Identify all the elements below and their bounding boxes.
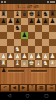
square-e5[interactable] bbox=[28, 32, 35, 39]
android-nav-bar: ◁ ○ ▢ bbox=[0, 92, 56, 100]
square-f8[interactable]: ♝ bbox=[35, 11, 42, 18]
nav-back-icon[interactable]: ◁ bbox=[7, 92, 10, 100]
chess-board[interactable]: ♜♝♛♚♝♞♜♟♟♟♟♟♟♟♞♟♞♟♟♟♟♟♟♟♟♜♝♛♚♝♞♜ bbox=[0, 10, 56, 68]
square-d7[interactable] bbox=[21, 18, 28, 25]
square-h6[interactable] bbox=[49, 25, 56, 32]
square-e7[interactable]: ♟ bbox=[28, 18, 35, 25]
forward-arrow-icon: ▶ bbox=[22, 84, 25, 92]
square-b4[interactable] bbox=[7, 39, 14, 46]
captured-black-pieces-tray bbox=[31, 70, 47, 72]
notification-icons bbox=[1, 1, 6, 3]
piece-black-knight: ♞ bbox=[15, 25, 21, 32]
forward-button[interactable]: ▶ bbox=[19, 84, 28, 92]
piece-black-pawn: ♟ bbox=[29, 18, 35, 25]
turn-indicator-black-pawn-icon: ♟ bbox=[1, 66, 6, 73]
piece-white-pawn: ♟ bbox=[8, 53, 14, 60]
piece-black-knight: ♞ bbox=[43, 11, 49, 18]
board-icon: ▦ bbox=[39, 84, 43, 92]
square-d8[interactable]: ♛ bbox=[21, 11, 28, 18]
piece-white-pawn: ♟ bbox=[15, 53, 21, 60]
battery-icon bbox=[47, 1, 49, 3]
piece-black-king: ♚ bbox=[29, 11, 35, 18]
notification-icon bbox=[4, 1, 6, 3]
square-d2[interactable]: ♟ bbox=[21, 53, 28, 60]
square-h2[interactable]: ♟ bbox=[49, 53, 56, 60]
piece-white-pawn: ♟ bbox=[1, 53, 7, 60]
piece-black-queen: ♛ bbox=[22, 11, 28, 18]
square-b8[interactable] bbox=[7, 11, 14, 18]
piece-black-pawn: ♟ bbox=[15, 18, 21, 25]
piece-black-pawn: ♟ bbox=[22, 32, 28, 39]
menu-button[interactable]: ☰ bbox=[46, 84, 56, 92]
nav-home-icon[interactable]: ○ bbox=[26, 92, 30, 100]
square-c5[interactable] bbox=[14, 32, 21, 39]
square-f2[interactable]: ♟ bbox=[35, 53, 42, 60]
square-b6[interactable] bbox=[7, 25, 14, 32]
square-g4[interactable] bbox=[42, 39, 49, 46]
square-b2[interactable]: ♟ bbox=[7, 53, 14, 60]
square-a4[interactable] bbox=[0, 39, 7, 46]
square-a5[interactable] bbox=[0, 32, 7, 39]
square-g6[interactable] bbox=[42, 25, 49, 32]
square-f7[interactable]: ♟ bbox=[35, 18, 42, 25]
square-h8[interactable]: ♜ bbox=[49, 11, 56, 18]
square-a8[interactable]: ♜ bbox=[0, 11, 7, 18]
square-d3[interactable] bbox=[21, 46, 28, 53]
square-c8[interactable]: ♝ bbox=[14, 11, 21, 18]
piece-black-rook: ♜ bbox=[50, 11, 56, 18]
square-a2[interactable]: ♟ bbox=[0, 53, 7, 60]
square-a3[interactable] bbox=[0, 46, 7, 53]
game-toolbar: ↶ ◀ ▶ ? ▦ ☰ bbox=[0, 84, 56, 92]
menu-icon: ☰ bbox=[49, 84, 53, 92]
square-e8[interactable]: ♚ bbox=[28, 11, 35, 18]
undo-icon: ↶ bbox=[3, 84, 7, 92]
square-f6[interactable] bbox=[35, 25, 42, 32]
piece-black-pawn: ♟ bbox=[1, 18, 7, 25]
nav-recents-icon[interactable]: ▢ bbox=[44, 92, 48, 100]
square-e2[interactable]: ♟ bbox=[28, 53, 35, 60]
piece-white-pawn: ♟ bbox=[50, 53, 56, 60]
square-g7[interactable]: ♟ bbox=[42, 18, 49, 25]
piece-white-pawn: ♟ bbox=[36, 53, 42, 60]
square-b7[interactable]: ♟ bbox=[7, 18, 14, 25]
captured-pieces-strip: ♟ bbox=[0, 67, 56, 84]
square-d5[interactable]: ♟ bbox=[21, 32, 28, 39]
square-d6[interactable] bbox=[21, 25, 28, 32]
notification-icon bbox=[1, 1, 3, 3]
piece-white-pawn: ♟ bbox=[29, 53, 35, 60]
square-g2[interactable]: ♟ bbox=[42, 53, 49, 60]
square-g8[interactable]: ♞ bbox=[42, 11, 49, 18]
captured-white-pieces-tray bbox=[8, 70, 24, 72]
square-e4[interactable] bbox=[28, 39, 35, 46]
system-status-icons bbox=[47, 1, 55, 3]
chess-app-screen: 1. ... d7-d5 ♜♝♛♚♝♞♜♟♟♟♟♟♟♟♞♟♞♟♟♟♟♟♟♟♟♜♝… bbox=[0, 0, 56, 100]
piece-black-pawn: ♟ bbox=[8, 18, 14, 25]
piece-black-rook: ♜ bbox=[1, 11, 7, 18]
square-c7[interactable]: ♟ bbox=[14, 18, 21, 25]
square-c2[interactable]: ♟ bbox=[14, 53, 21, 60]
square-f3[interactable] bbox=[35, 46, 42, 53]
piece-white-knight: ♞ bbox=[15, 46, 21, 53]
square-c4[interactable] bbox=[14, 39, 21, 46]
board-button[interactable]: ▦ bbox=[36, 84, 46, 92]
hint-button[interactable]: ? bbox=[28, 84, 36, 92]
piece-white-pawn: ♟ bbox=[22, 53, 28, 60]
clock-icon bbox=[50, 1, 55, 3]
square-d4[interactable] bbox=[21, 39, 28, 46]
piece-black-bishop: ♝ bbox=[36, 11, 42, 18]
square-h7[interactable]: ♟ bbox=[49, 18, 56, 25]
square-b3[interactable] bbox=[7, 46, 14, 53]
piece-black-pawn: ♟ bbox=[50, 18, 56, 25]
back-arrow-icon: ◀ bbox=[12, 84, 15, 92]
square-g3[interactable] bbox=[42, 46, 49, 53]
square-b5[interactable] bbox=[7, 32, 14, 39]
piece-black-pawn: ♟ bbox=[43, 18, 49, 25]
piece-black-pawn: ♟ bbox=[36, 18, 42, 25]
square-c6[interactable]: ♞ bbox=[14, 25, 21, 32]
piece-white-pawn: ♟ bbox=[43, 53, 49, 60]
back-button[interactable]: ◀ bbox=[10, 84, 19, 92]
square-h5[interactable] bbox=[49, 32, 56, 39]
square-a7[interactable]: ♟ bbox=[0, 18, 7, 25]
undo-button[interactable]: ↶ bbox=[0, 84, 10, 92]
square-a6[interactable] bbox=[0, 25, 7, 32]
square-f4[interactable] bbox=[35, 39, 42, 46]
square-h3[interactable] bbox=[49, 46, 56, 53]
hint-icon: ? bbox=[31, 84, 34, 92]
square-c3[interactable]: ♞ bbox=[14, 46, 21, 53]
square-e6[interactable] bbox=[28, 25, 35, 32]
square-g5[interactable] bbox=[42, 32, 49, 39]
square-h4[interactable] bbox=[49, 39, 56, 46]
square-f5[interactable] bbox=[35, 32, 42, 39]
square-e3[interactable] bbox=[28, 46, 35, 53]
piece-black-bishop: ♝ bbox=[15, 11, 21, 18]
